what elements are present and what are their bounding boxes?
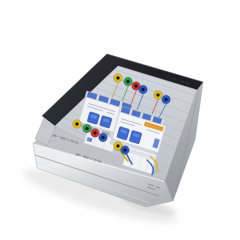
terminal-blue: [99, 133, 108, 142]
photo-canvas: L1 L2 L3 N PE 3N~ 400 V 50 Hz 3N~ 400 V …: [0, 0, 240, 240]
terminal-green: [83, 124, 92, 133]
terminal-blue: [121, 146, 130, 155]
terminal-red: [91, 129, 100, 138]
terminal-yellow: [154, 91, 163, 100]
trainer-box-photo: L1 L2 L3 N PE 3N~ 400 V 50 Hz 3N~ 400 V …: [0, 0, 240, 240]
terminal-blue: [139, 85, 148, 94]
terminal-blue: [162, 95, 171, 104]
terminal-green: [124, 77, 133, 86]
terminal-yellow: [114, 74, 123, 83]
terminal-yellow: [73, 120, 82, 129]
